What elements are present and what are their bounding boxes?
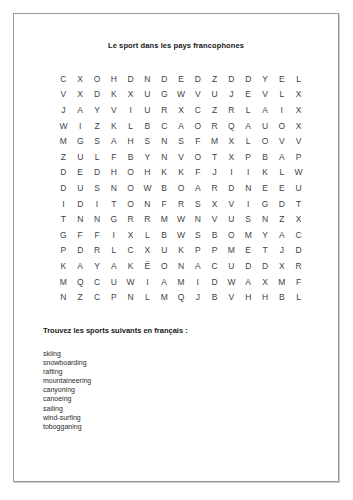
grid-cell-r13c6: Ë xyxy=(139,258,156,274)
puzzle-title: Le sport dans les pays francophones xyxy=(14,41,338,50)
word-search-grid: CXOHDNDEDZDDYELVXDKXUGWVUJEVLXJAYVIURXCZ… xyxy=(55,71,307,305)
grid-cell-r6c5: B xyxy=(122,149,139,165)
grid-cell-r5c9: F xyxy=(189,133,206,149)
grid-cell-r1c7: D xyxy=(156,71,173,87)
grid-cell-r1c11: D xyxy=(223,71,240,87)
grid-cell-r5c13: O xyxy=(257,133,274,149)
grid-cell-r15c6: L xyxy=(139,289,156,305)
grid-cell-r13c11: U xyxy=(223,258,240,274)
grid-cell-r15c15: L xyxy=(290,289,307,305)
grid-cell-r6c9: O xyxy=(189,149,206,165)
grid-cell-r5c1: M xyxy=(55,133,72,149)
grid-cell-r12c14: J xyxy=(273,243,290,259)
grid-cell-r7c5: O xyxy=(122,165,139,181)
grid-cell-r3c15: X xyxy=(290,102,307,118)
grid-cell-r15c3: C xyxy=(89,289,106,305)
grid-cell-r8c13: E xyxy=(257,180,274,196)
grid-cell-r6c15: P xyxy=(290,149,307,165)
grid-cell-r8c4: N xyxy=(105,180,122,196)
grid-cell-r8c10: R xyxy=(206,180,223,196)
grid-cell-r2c10: U xyxy=(206,87,223,103)
grid-cell-r7c6: H xyxy=(139,165,156,181)
grid-cell-r3c9: C xyxy=(189,102,206,118)
grid-cell-r4c4: K xyxy=(105,118,122,134)
grid-cell-r7c7: K xyxy=(156,165,173,181)
grid-cell-r11c9: S xyxy=(189,227,206,243)
grid-cell-r4c12: A xyxy=(240,118,257,134)
grid-cell-r12c5: C xyxy=(122,243,139,259)
grid-cell-r3c2: A xyxy=(72,102,89,118)
grid-cell-r5c3: S xyxy=(89,133,106,149)
grid-cell-r5c15: V xyxy=(290,133,307,149)
word-list-item: tobogganing xyxy=(43,422,91,431)
grid-cell-r5c4: A xyxy=(105,133,122,149)
grid-cell-r11c7: B xyxy=(156,227,173,243)
grid-cell-r9c6: N xyxy=(139,196,156,212)
grid-cell-r14c10: D xyxy=(206,274,223,290)
word-list-item: canoeing xyxy=(43,394,91,403)
grid-cell-r4c3: Z xyxy=(89,118,106,134)
grid-cell-r12c10: P xyxy=(206,243,223,259)
grid-cell-r8c15: U xyxy=(290,180,307,196)
grid-cell-r5c5: H xyxy=(122,133,139,149)
grid-cell-r4c10: R xyxy=(206,118,223,134)
grid-cell-r2c1: V xyxy=(55,87,72,103)
grid-cell-r7c8: K xyxy=(173,165,190,181)
grid-cell-r1c5: D xyxy=(122,71,139,87)
grid-cell-r11c3: F xyxy=(89,227,106,243)
grid-cell-r9c14: D xyxy=(273,196,290,212)
grid-cell-r1c4: H xyxy=(105,71,122,87)
grid-cell-r10c4: G xyxy=(105,211,122,227)
grid-cell-r2c2: X xyxy=(72,87,89,103)
grid-cell-r8c11: D xyxy=(223,180,240,196)
grid-cell-r3c3: Y xyxy=(89,102,106,118)
grid-cell-r6c3: L xyxy=(89,149,106,165)
grid-cell-r6c4: F xyxy=(105,149,122,165)
grid-cell-r10c14: Z xyxy=(273,211,290,227)
grid-cell-r5c7: N xyxy=(156,133,173,149)
grid-cell-r7c2: E xyxy=(72,165,89,181)
grid-cell-r15c1: N xyxy=(55,289,72,305)
grid-cell-r5c12: L xyxy=(240,133,257,149)
grid-cell-r2c14: L xyxy=(273,87,290,103)
grid-cell-r9c13: G xyxy=(257,196,274,212)
grid-cell-r4c11: Q xyxy=(223,118,240,134)
grid-cell-r1c3: O xyxy=(89,71,106,87)
grid-cell-r3c13: A xyxy=(257,102,274,118)
grid-cell-r10c3: N xyxy=(89,211,106,227)
grid-cell-r4c2: I xyxy=(72,118,89,134)
grid-cell-r2c9: V xyxy=(189,87,206,103)
grid-cell-r8c5: O xyxy=(122,180,139,196)
word-list-item: rafting xyxy=(43,367,91,376)
grid-cell-r12c8: K xyxy=(173,243,190,259)
grid-cell-r5c2: G xyxy=(72,133,89,149)
grid-cell-r11c4: I xyxy=(105,227,122,243)
grid-cell-r15c5: N xyxy=(122,289,139,305)
word-list-item: skiing xyxy=(43,349,91,358)
worksheet-page: Le sport dans les pays francophones CXOH… xyxy=(13,13,339,482)
grid-cell-r15c10: B xyxy=(206,289,223,305)
grid-cell-r14c5: W xyxy=(122,274,139,290)
grid-cell-r1c8: E xyxy=(173,71,190,87)
grid-cell-r9c11: V xyxy=(223,196,240,212)
grid-cell-r9c4: T xyxy=(105,196,122,212)
grid-cell-r13c4: A xyxy=(105,258,122,274)
grid-cell-r11c8: W xyxy=(173,227,190,243)
grid-cell-r15c11: V xyxy=(223,289,240,305)
grid-cell-r4c15: X xyxy=(290,118,307,134)
grid-cell-r15c9: J xyxy=(189,289,206,305)
grid-cell-r14c2: Q xyxy=(72,274,89,290)
grid-cell-r7c10: J xyxy=(206,165,223,181)
grid-cell-r10c11: U xyxy=(223,211,240,227)
grid-cell-r12c6: X xyxy=(139,243,156,259)
grid-cell-r14c9: I xyxy=(189,274,206,290)
grid-cell-r15c12: H xyxy=(240,289,257,305)
grid-cell-r2c5: X xyxy=(122,87,139,103)
grid-cell-r11c1: G xyxy=(55,227,72,243)
grid-cell-r12c11: M xyxy=(223,243,240,259)
grid-cell-r9c15: T xyxy=(290,196,307,212)
grid-cell-r15c8: Q xyxy=(173,289,190,305)
grid-cell-r4c9: O xyxy=(189,118,206,134)
word-list-item: wind-surfing xyxy=(43,413,91,422)
grid-cell-r1c12: D xyxy=(240,71,257,87)
grid-cell-r14c7: A xyxy=(156,274,173,290)
grid-cell-r2c7: G xyxy=(156,87,173,103)
grid-cell-r10c2: N xyxy=(72,211,89,227)
grid-cell-r9c7: F xyxy=(156,196,173,212)
grid-cell-r9c3: I xyxy=(89,196,106,212)
grid-cell-r10c6: R xyxy=(139,211,156,227)
grid-cell-r12c12: E xyxy=(240,243,257,259)
grid-cell-r3c7: R xyxy=(156,102,173,118)
grid-cell-r13c14: X xyxy=(273,258,290,274)
grid-cell-r11c11: O xyxy=(223,227,240,243)
grid-cell-r12c2: D xyxy=(72,243,89,259)
grid-cell-r12c3: R xyxy=(89,243,106,259)
grid-cell-r1c1: C xyxy=(55,71,72,87)
grid-cell-r13c1: K xyxy=(55,258,72,274)
grid-cell-r7c13: K xyxy=(257,165,274,181)
grid-cell-r14c8: M xyxy=(173,274,190,290)
grid-cell-r2c11: J xyxy=(223,87,240,103)
grid-cell-r11c14: A xyxy=(273,227,290,243)
grid-cell-r12c1: P xyxy=(55,243,72,259)
grid-cell-r8c3: S xyxy=(89,180,106,196)
grid-cell-r6c8: V xyxy=(173,149,190,165)
grid-cell-r15c7: M xyxy=(156,289,173,305)
grid-cell-r7c11: I xyxy=(223,165,240,181)
grid-cell-r9c10: X xyxy=(206,196,223,212)
grid-cell-r14c11: W xyxy=(223,274,240,290)
grid-cell-r5c14: V xyxy=(273,133,290,149)
grid-cell-r3c14: I xyxy=(273,102,290,118)
grid-cell-r7c9: F xyxy=(189,165,206,181)
grid-cell-r1c9: D xyxy=(189,71,206,87)
grid-cell-r12c4: L xyxy=(105,243,122,259)
grid-cell-r13c3: Y xyxy=(89,258,106,274)
grid-cell-r2c3: D xyxy=(89,87,106,103)
grid-cell-r4c14: O xyxy=(273,118,290,134)
grid-cell-r4c1: W xyxy=(55,118,72,134)
grid-cell-r6c13: B xyxy=(257,149,274,165)
grid-cell-r11c2: F xyxy=(72,227,89,243)
grid-cell-r9c5: O xyxy=(122,196,139,212)
grid-cell-r14c12: A xyxy=(240,274,257,290)
grid-cell-r8c2: U xyxy=(72,180,89,196)
grid-cell-r11c13: Y xyxy=(257,227,274,243)
word-list-item: mountaineering xyxy=(43,376,91,385)
grid-cell-r2c4: K xyxy=(105,87,122,103)
grid-cell-r6c10: T xyxy=(206,149,223,165)
grid-cell-r10c13: N xyxy=(257,211,274,227)
grid-cell-r3c10: Z xyxy=(206,102,223,118)
grid-cell-r4c6: B xyxy=(139,118,156,134)
grid-cell-r12c9: P xyxy=(189,243,206,259)
grid-cell-r14c13: X xyxy=(257,274,274,290)
grid-cell-r13c15: R xyxy=(290,258,307,274)
grid-cell-r12c13: T xyxy=(257,243,274,259)
grid-cell-r3c11: R xyxy=(223,102,240,118)
document-preview: Le sport dans les pays francophones CXOH… xyxy=(0,0,353,500)
grid-cell-r6c6: Y xyxy=(139,149,156,165)
grid-cell-r1c13: Y xyxy=(257,71,274,87)
grid-cell-r10c12: S xyxy=(240,211,257,227)
grid-cell-r8c12: N xyxy=(240,180,257,196)
instruction-text: Trouvez les sports suivants en français … xyxy=(43,326,188,335)
grid-cell-r3c5: I xyxy=(122,102,139,118)
grid-cell-r9c9: S xyxy=(189,196,206,212)
grid-cell-r6c2: U xyxy=(72,149,89,165)
grid-cell-r3c6: U xyxy=(139,102,156,118)
grid-cell-r6c14: A xyxy=(273,149,290,165)
grid-cell-r15c2: Z xyxy=(72,289,89,305)
grid-cell-r13c9: A xyxy=(189,258,206,274)
grid-cell-r14c14: M xyxy=(273,274,290,290)
grid-cell-r8c8: O xyxy=(173,180,190,196)
grid-cell-r10c10: V xyxy=(206,211,223,227)
grid-cell-r6c11: X xyxy=(223,149,240,165)
grid-cell-r2c6: U xyxy=(139,87,156,103)
grid-cell-r11c12: M xyxy=(240,227,257,243)
word-list-item: canyoning xyxy=(43,385,91,394)
grid-cell-r4c5: L xyxy=(122,118,139,134)
grid-cell-r3c1: J xyxy=(55,102,72,118)
grid-cell-r14c4: U xyxy=(105,274,122,290)
grid-cell-r8c1: D xyxy=(55,180,72,196)
grid-cell-r10c9: N xyxy=(189,211,206,227)
grid-cell-r13c12: D xyxy=(240,258,257,274)
grid-cell-r4c13: U xyxy=(257,118,274,134)
grid-cell-r1c14: E xyxy=(273,71,290,87)
grid-cell-r10c8: W xyxy=(173,211,190,227)
grid-cell-r11c5: X xyxy=(122,227,139,243)
grid-cell-r1c10: Z xyxy=(206,71,223,87)
grid-cell-r9c8: R xyxy=(173,196,190,212)
grid-cell-r3c8: X xyxy=(173,102,190,118)
grid-cell-r2c12: E xyxy=(240,87,257,103)
grid-cell-r13c13: D xyxy=(257,258,274,274)
grid-cell-r1c15: L xyxy=(290,71,307,87)
grid-cell-r8c14: E xyxy=(273,180,290,196)
grid-cell-r5c11: X xyxy=(223,133,240,149)
grid-cell-r14c6: I xyxy=(139,274,156,290)
grid-cell-r15c14: B xyxy=(273,289,290,305)
grid-cell-r12c15: D xyxy=(290,243,307,259)
grid-cell-r7c15: W xyxy=(290,165,307,181)
grid-cell-r7c4: H xyxy=(105,165,122,181)
grid-cell-r10c15: X xyxy=(290,211,307,227)
grid-cell-r11c10: B xyxy=(206,227,223,243)
grid-cell-r15c13: H xyxy=(257,289,274,305)
grid-cell-r10c1: T xyxy=(55,211,72,227)
grid-cell-r9c12: I xyxy=(240,196,257,212)
grid-cell-r5c6: S xyxy=(139,133,156,149)
grid-cell-r10c5: R xyxy=(122,211,139,227)
grid-cell-r7c1: D xyxy=(55,165,72,181)
grid-cell-r13c2: A xyxy=(72,258,89,274)
grid-cell-r13c8: N xyxy=(173,258,190,274)
grid-cell-r13c5: K xyxy=(122,258,139,274)
grid-cell-r13c10: C xyxy=(206,258,223,274)
word-list-item: snowboarding xyxy=(43,358,91,367)
word-list-item: sailing xyxy=(43,404,91,413)
grid-cell-r8c6: W xyxy=(139,180,156,196)
grid-cell-r11c15: C xyxy=(290,227,307,243)
grid-cell-r14c3: C xyxy=(89,274,106,290)
grid-cell-r13c7: O xyxy=(156,258,173,274)
word-list: skiingsnowboardingraftingmountaineeringc… xyxy=(43,349,91,431)
grid-cell-r9c1: I xyxy=(55,196,72,212)
grid-cell-r11c6: L xyxy=(139,227,156,243)
grid-cell-r2c8: W xyxy=(173,87,190,103)
grid-cell-r4c8: A xyxy=(173,118,190,134)
grid-cell-r4c7: C xyxy=(156,118,173,134)
grid-cell-r7c12: I xyxy=(240,165,257,181)
grid-cell-r10c7: M xyxy=(156,211,173,227)
grid-cell-r8c9: A xyxy=(189,180,206,196)
grid-cell-r3c4: V xyxy=(105,102,122,118)
grid-cell-r5c8: S xyxy=(173,133,190,149)
grid-cell-r14c1: M xyxy=(55,274,72,290)
grid-cell-r15c4: P xyxy=(105,289,122,305)
grid-cell-r1c2: X xyxy=(72,71,89,87)
grid-cell-r6c1: Z xyxy=(55,149,72,165)
grid-cell-r6c7: N xyxy=(156,149,173,165)
grid-cell-r5c10: M xyxy=(206,133,223,149)
grid-cell-r3c12: L xyxy=(240,102,257,118)
grid-cell-r1c6: N xyxy=(139,71,156,87)
grid-cell-r6c12: P xyxy=(240,149,257,165)
grid-cell-r8c7: B xyxy=(156,180,173,196)
grid-cell-r14c15: F xyxy=(290,274,307,290)
grid-cell-r7c3: D xyxy=(89,165,106,181)
grid-cell-r2c15: X xyxy=(290,87,307,103)
grid-cell-r9c2: D xyxy=(72,196,89,212)
grid-cell-r12c7: U xyxy=(156,243,173,259)
grid-cell-r2c13: V xyxy=(257,87,274,103)
grid-cell-r7c14: L xyxy=(273,165,290,181)
